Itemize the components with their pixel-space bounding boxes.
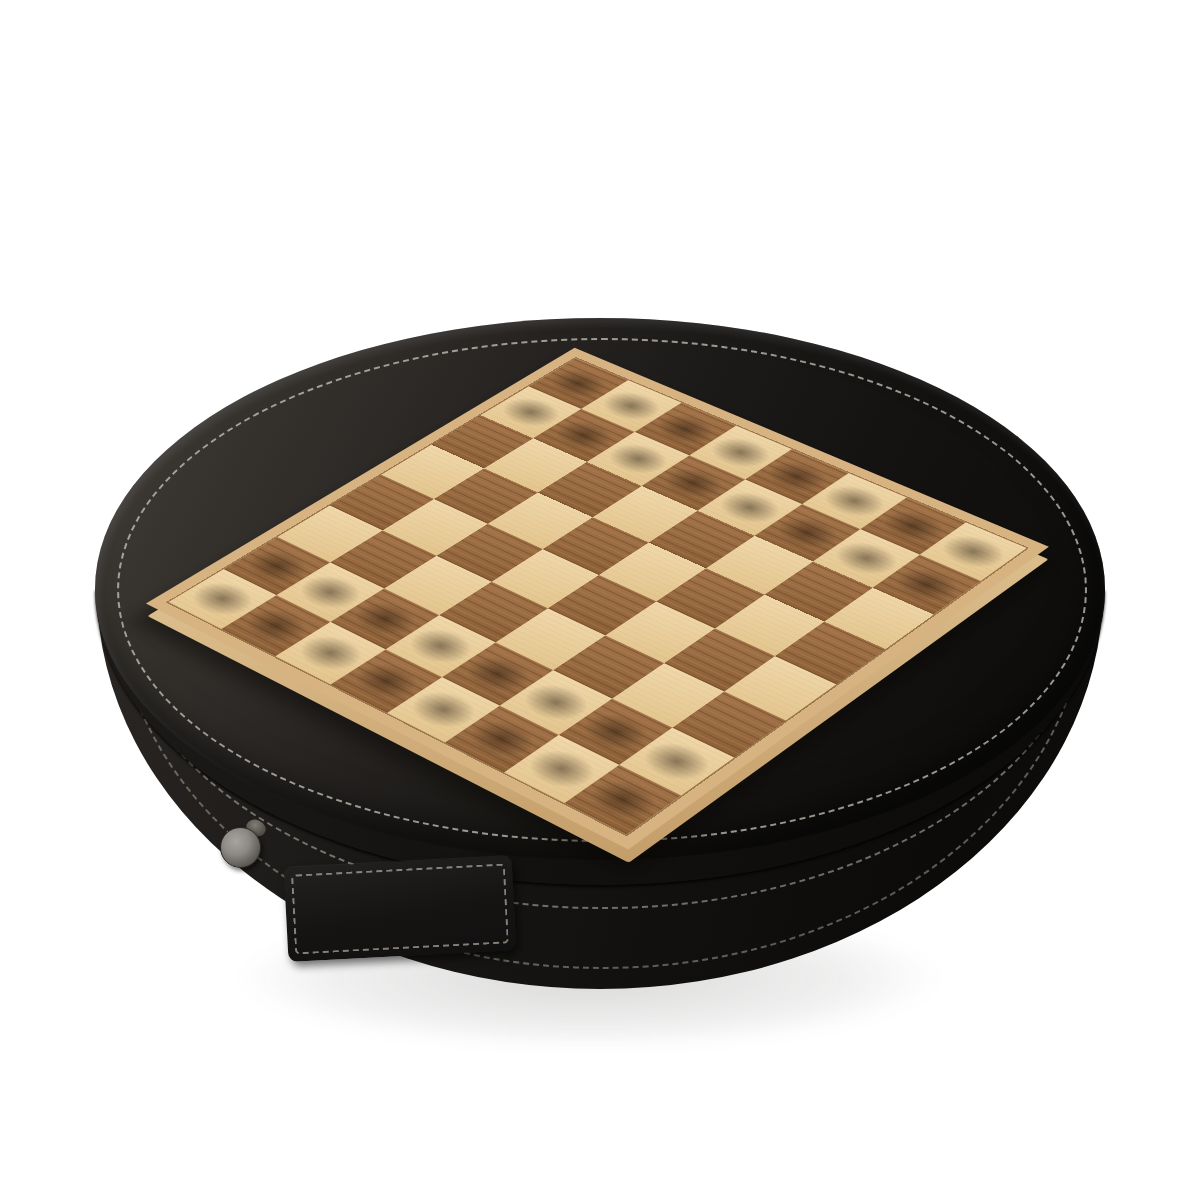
- white-pawn-glyph: ♟: [701, 367, 794, 517]
- square-a1[interactable]: ♜: [529, 358, 628, 409]
- board-perspective-wrap: ♜♞♝♛♚♝♞♜♟♟♟♟♟♟♟♟♟♟♟♟♟♟♟♟♜♞♝♛♚♝♞♜: [0, 0, 1200, 1200]
- piece-contact-shadow: [705, 484, 794, 531]
- white-knight-glyph: ♞: [570, 229, 686, 416]
- square-e3[interactable]: [649, 511, 755, 569]
- chessboard: ♜♞♝♛♚♝♞♜♟♟♟♟♟♟♟♟♟♟♟♟♟♟♟♟♜♞♝♛♚♝♞♜: [146, 348, 1049, 850]
- white-pawn-glyph: ♟: [484, 277, 573, 421]
- white-king-glyph: ♚: [709, 220, 875, 487]
- product-photo-chess-set: ♜♞♝♛♚♝♞♜♟♟♟♟♟♟♟♟♟♟♟♟♟♟♟♟♜♞♝♛♚♝♞♜: [0, 0, 1200, 1200]
- black-rook-glyph: ♜: [559, 616, 680, 811]
- white-rook-glyph: ♜: [524, 227, 627, 393]
- white-pawn-glyph: ♟: [590, 321, 681, 468]
- board-grid: ♜♞♝♛♚♝♞♜♟♟♟♟♟♟♟♟♟♟♟♟♟♟♟♟♜♞♝♛♚♝♞♜: [169, 358, 1027, 834]
- square-h8[interactable]: ♜: [565, 765, 681, 835]
- piece-contact-shadow: [541, 413, 627, 457]
- square-e2[interactable]: ♟: [698, 480, 803, 536]
- white-bishop-glyph: ♝: [618, 235, 744, 439]
- piece-contact-shadow: [649, 460, 737, 506]
- square-b1[interactable]: ♞: [581, 380, 681, 432]
- piece-contact-shadow: [697, 430, 784, 475]
- square-f2[interactable]: ♟: [755, 504, 861, 561]
- square-c1[interactable]: ♝: [635, 403, 736, 456]
- piece-contact-shadow: [595, 437, 682, 482]
- piece-contact-shadow: [762, 509, 852, 557]
- square-f3[interactable]: [706, 536, 813, 595]
- white-pawn-glyph: ♟: [645, 344, 737, 493]
- white-pawn-glyph: ♟: [536, 299, 626, 445]
- square-b2[interactable]: ♟: [533, 409, 635, 462]
- piece-contact-shadow: [536, 362, 620, 404]
- square-d1[interactable]: ♛: [689, 426, 791, 480]
- piece-contact-shadow: [642, 407, 728, 451]
- white-queen-glyph: ♛: [661, 223, 810, 463]
- square-d3[interactable]: [593, 486, 698, 542]
- square-c2[interactable]: ♟: [587, 432, 690, 486]
- piece-contact-shadow: [589, 385, 674, 428]
- board-tilt-wrap: ♜♞♝♛♚♝♞♜♟♟♟♟♟♟♟♟♟♟♟♟♟♟♟♟♜♞♝♛♚♝♞♜: [0, 0, 1200, 1200]
- square-d2[interactable]: ♟: [642, 456, 746, 511]
- white-pawn-glyph: ♟: [758, 391, 852, 543]
- square-e1[interactable]: ♚: [745, 449, 848, 504]
- piece-contact-shadow: [753, 454, 841, 500]
- white-pawn-glyph: ♟: [876, 439, 972, 594]
